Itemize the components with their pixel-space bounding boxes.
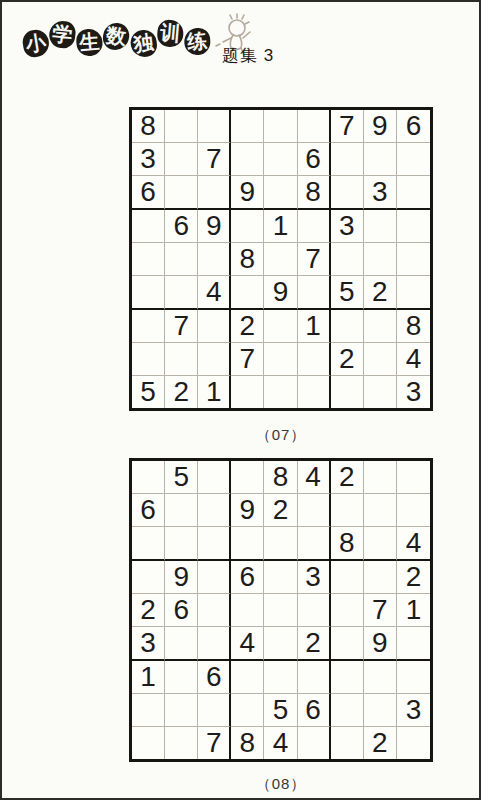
sudoku-07-cell-r6c6 (298, 276, 331, 310)
sudoku-07-cell-r6c7: 5 (331, 276, 364, 310)
sudoku-07-cell-r4c4 (231, 210, 264, 243)
book-page: 小学生数独训练 题集 3 879637669836913874952721872… (0, 0, 481, 800)
sudoku-08-cell-r4c1 (132, 561, 165, 594)
sudoku-08-cell-r9c2 (165, 727, 198, 759)
sudoku-08-cell-r3c3 (198, 527, 231, 561)
sudoku-08-cell-r4c4: 6 (231, 561, 264, 594)
sudoku-07-cell-r8c3 (198, 343, 231, 376)
sudoku-07-cell-r6c9 (397, 276, 430, 310)
sudoku-08-cell-r7c3: 6 (198, 661, 231, 694)
sudoku-08-cell-r3c8 (364, 527, 397, 561)
sudoku-08-cell-r5c6 (298, 594, 331, 627)
sudoku-08-cell-r2c2 (165, 494, 198, 527)
sudoku-07-cell-r3c6: 8 (298, 176, 331, 210)
sudoku-08-cell-r4c6: 3 (298, 561, 331, 594)
sudoku-08-cell-r6c8: 9 (364, 627, 397, 661)
sudoku-08-cell-r4c9: 2 (397, 561, 430, 594)
sudoku-08-cell-r6c3 (198, 627, 231, 661)
sudoku-08-cell-r8c8 (364, 694, 397, 727)
sudoku-07-cell-r7c6: 1 (298, 310, 331, 343)
sudoku-07-cell-r3c7 (331, 176, 364, 210)
sudoku-07-cell-r6c4 (231, 276, 264, 310)
sudoku-08-cell-r6c5 (264, 627, 297, 661)
sudoku-07-cell-r5c9 (397, 243, 430, 276)
sudoku-07-cell-r7c9: 8 (397, 310, 430, 343)
sudoku-07-cell-r1c8: 9 (364, 110, 397, 143)
sudoku-07-cell-r3c1: 6 (132, 176, 165, 210)
book-title: 小学生数独训练 (22, 24, 211, 51)
sudoku-07-cell-r8c4: 7 (231, 343, 264, 376)
sudoku-08-cell-r1c2: 5 (165, 461, 198, 494)
sudoku-08-cell-r6c4: 4 (231, 627, 264, 661)
sudoku-08-cell-r1c1 (132, 461, 165, 494)
title-char-5: 独 (129, 28, 158, 58)
sudoku-07-cell-r2c4 (231, 143, 264, 176)
sudoku-07-cell-r3c5 (264, 176, 297, 210)
sudoku-07-cell-r7c2: 7 (165, 310, 198, 343)
sudoku-08-cell-r8c9: 3 (397, 694, 430, 727)
sudoku-07-cell-r6c1 (132, 276, 165, 310)
sudoku-07-cell-r1c5 (264, 110, 297, 143)
sudoku-07-cell-r3c3 (198, 176, 231, 210)
title-char-2: 学 (48, 20, 77, 50)
sudoku-08-cell-r1c7: 2 (331, 461, 364, 494)
sudoku-08-cell-r5c1: 2 (132, 594, 165, 627)
sudoku-07-cell-r3c8: 3 (364, 176, 397, 210)
sudoku-07-cell-r3c9 (397, 176, 430, 210)
title-char-3: 生 (75, 28, 103, 57)
sudoku-07-cell-r2c2 (165, 143, 198, 176)
sudoku-07-cell-r5c7 (331, 243, 364, 276)
sudoku-08-cell-r2c5: 2 (264, 494, 297, 527)
sudoku-07-cell-r4c9 (397, 210, 430, 243)
sudoku-08-cell-r6c6: 2 (298, 627, 331, 661)
sudoku-08-cell-r7c2 (165, 661, 198, 694)
sudoku-08-cell-r9c4: 8 (231, 727, 264, 759)
sudoku-08-cell-r9c6 (298, 727, 331, 759)
sudoku-07-cell-r7c8 (364, 310, 397, 343)
sudoku-07-cell-r8c2 (165, 343, 198, 376)
sudoku-08-cell-r7c8 (364, 661, 397, 694)
sudoku-08-cell-r9c5: 4 (264, 727, 297, 759)
sudoku-07-cell-r8c9: 4 (397, 343, 430, 376)
title-char-1: 小 (21, 28, 51, 59)
title-char-6: 训 (156, 19, 184, 48)
sudoku-08-cell-r3c4 (231, 527, 264, 561)
sudoku-08-cell-r4c8 (364, 561, 397, 594)
sudoku-08-cell-r5c8: 7 (364, 594, 397, 627)
sudoku-07-cell-r2c3: 7 (198, 143, 231, 176)
sudoku-08-cell-r8c2 (165, 694, 198, 727)
sudoku-07-cell-r9c9: 3 (397, 376, 430, 408)
sudoku-07-cell-r2c6: 6 (298, 143, 331, 176)
sudoku-07-cell-r1c7: 7 (331, 110, 364, 143)
sudoku-07-cell-r5c3 (198, 243, 231, 276)
sudoku-08-cell-r9c8: 2 (364, 727, 397, 759)
sudoku-07-cell-r9c4 (231, 376, 264, 408)
sudoku-07-cell-r4c6 (298, 210, 331, 243)
sudoku-08-cell-r5c5 (264, 594, 297, 627)
sudoku-07-cell-r6c8: 2 (364, 276, 397, 310)
book-subtitle: 题集 3 (222, 44, 274, 67)
sudoku-07-cell-r4c1 (132, 210, 165, 243)
sudoku-07-cell-r5c1 (132, 243, 165, 276)
sudoku-07-cell-r4c7: 3 (331, 210, 364, 243)
sudoku-08-cell-r8c4 (231, 694, 264, 727)
sudoku-grid-08: 584269284963226713429165637842 (129, 458, 433, 762)
sudoku-07-cell-r8c7: 2 (331, 343, 364, 376)
sudoku-07-cell-r4c5: 1 (264, 210, 297, 243)
sudoku-07-cell-r1c1: 8 (132, 110, 165, 143)
sudoku-08-cell-r7c4 (231, 661, 264, 694)
sudoku-07-cell-r9c7 (331, 376, 364, 408)
sudoku-07-cell-r2c7 (331, 143, 364, 176)
sudoku-07-cell-r4c3: 9 (198, 210, 231, 243)
sudoku-08-cell-r8c1 (132, 694, 165, 727)
sudoku-08-cell-r1c5: 8 (264, 461, 297, 494)
sudoku-07-cell-r5c8 (364, 243, 397, 276)
sudoku-07-cell-r1c6 (298, 110, 331, 143)
sudoku-08-cell-r1c4 (231, 461, 264, 494)
sudoku-08-cell-r7c1: 1 (132, 661, 165, 694)
title-char-7: 练 (183, 27, 211, 56)
sudoku-07-cell-r9c8 (364, 376, 397, 408)
sudoku-08-cell-r8c7 (331, 694, 364, 727)
sudoku-07-cell-r2c8 (364, 143, 397, 176)
sudoku-07-cell-r5c6: 7 (298, 243, 331, 276)
sudoku-08-cell-r2c1: 6 (132, 494, 165, 527)
puzzle-08-caption: （08） (129, 775, 433, 794)
sudoku-07-cell-r2c5 (264, 143, 297, 176)
sudoku-07-cell-r2c9 (397, 143, 430, 176)
title-char-4: 数 (102, 22, 131, 52)
sudoku-08-cell-r8c3 (198, 694, 231, 727)
sudoku-08-cell-r1c6: 4 (298, 461, 331, 494)
sudoku-08-cell-r4c3 (198, 561, 231, 594)
sudoku-07-cell-r3c2 (165, 176, 198, 210)
sudoku-07-cell-r7c3 (198, 310, 231, 343)
sudoku-07-cell-r1c9: 6 (397, 110, 430, 143)
sudoku-08-cell-r1c9 (397, 461, 430, 494)
sudoku-08-cell-r5c4 (231, 594, 264, 627)
sudoku-08-cell-r5c2: 6 (165, 594, 198, 627)
sudoku-08-cell-r4c2: 9 (165, 561, 198, 594)
sudoku-08-cell-r5c9: 1 (397, 594, 430, 627)
sudoku-07-cell-r4c8 (364, 210, 397, 243)
sudoku-grid-07: 87963766983691387495272187245213 (129, 107, 433, 411)
sudoku-08-cell-r6c7 (331, 627, 364, 661)
sudoku-08-cell-r1c3 (198, 461, 231, 494)
sudoku-08-cell-r9c9 (397, 727, 430, 759)
sudoku-08-cell-r1c8 (364, 461, 397, 494)
sudoku-07-cell-r3c4: 9 (231, 176, 264, 210)
sudoku-07-cell-r6c3: 4 (198, 276, 231, 310)
sudoku-07-cell-r7c5 (264, 310, 297, 343)
sudoku-07-cell-r2c1: 3 (132, 143, 165, 176)
sudoku-08-cell-r6c9 (397, 627, 430, 661)
sudoku-08-cell-r2c8 (364, 494, 397, 527)
sudoku-08-cell-r7c6 (298, 661, 331, 694)
sudoku-07-cell-r9c2: 2 (165, 376, 198, 408)
sudoku-08-cell-r3c5 (264, 527, 297, 561)
sudoku-08-cell-r2c7 (331, 494, 364, 527)
sudoku-08-cell-r3c6 (298, 527, 331, 561)
sudoku-08-cell-r5c3 (198, 594, 231, 627)
sudoku-07-cell-r7c1 (132, 310, 165, 343)
sudoku-08-cell-r3c9: 4 (397, 527, 430, 561)
sudoku-08-cell-r6c1: 3 (132, 627, 165, 661)
sudoku-07-cell-r8c1 (132, 343, 165, 376)
sudoku-07-cell-r9c5 (264, 376, 297, 408)
puzzle-07-caption: （07） (129, 426, 433, 445)
sudoku-07-cell-r6c2 (165, 276, 198, 310)
sudoku-07-cell-r8c6 (298, 343, 331, 376)
sudoku-08-cell-r4c7 (331, 561, 364, 594)
sudoku-07-cell-r8c8 (364, 343, 397, 376)
sudoku-08-cell-r2c4: 9 (231, 494, 264, 527)
sudoku-07-cell-r7c7 (331, 310, 364, 343)
sudoku-07-cell-r4c2: 6 (165, 210, 198, 243)
sudoku-08-cell-r2c6 (298, 494, 331, 527)
sudoku-08-cell-r9c7 (331, 727, 364, 759)
sudoku-07-cell-r9c6 (298, 376, 331, 408)
sudoku-07-cell-r5c4: 8 (231, 243, 264, 276)
sudoku-08-cell-r6c2 (165, 627, 198, 661)
sudoku-08-cell-r3c2 (165, 527, 198, 561)
sudoku-08-cell-r8c6: 6 (298, 694, 331, 727)
sudoku-08-cell-r5c7 (331, 594, 364, 627)
sudoku-07-cell-r1c3 (198, 110, 231, 143)
sudoku-08-cell-r7c9 (397, 661, 430, 694)
sudoku-07-cell-r9c3: 1 (198, 376, 231, 408)
sudoku-08-cell-r9c3: 7 (198, 727, 231, 759)
sudoku-07-cell-r5c5 (264, 243, 297, 276)
sudoku-08-cell-r9c1 (132, 727, 165, 759)
sudoku-07-cell-r8c5 (264, 343, 297, 376)
sudoku-07-cell-r1c2 (165, 110, 198, 143)
sudoku-08-cell-r4c5 (264, 561, 297, 594)
sudoku-08-cell-r7c5 (264, 661, 297, 694)
sudoku-08-cell-r8c5: 5 (264, 694, 297, 727)
sudoku-08-cell-r3c7: 8 (331, 527, 364, 561)
sudoku-07-cell-r7c4: 2 (231, 310, 264, 343)
sudoku-07-cell-r9c1: 5 (132, 376, 165, 408)
sudoku-07-cell-r1c4 (231, 110, 264, 143)
sudoku-08-cell-r2c9 (397, 494, 430, 527)
sudoku-07-cell-r6c5: 9 (264, 276, 297, 310)
sudoku-07-cell-r5c2 (165, 243, 198, 276)
sudoku-08-cell-r2c3 (198, 494, 231, 527)
sudoku-08-cell-r7c7 (331, 661, 364, 694)
sudoku-08-cell-r3c1 (132, 527, 165, 561)
